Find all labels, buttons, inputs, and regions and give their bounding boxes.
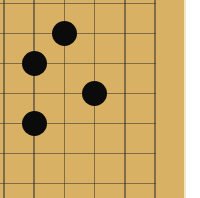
grid-line-vertical [33,0,35,198]
grid-line-horizontal [0,153,156,155]
black-stone [22,111,47,136]
grid-line-vertical [124,0,126,198]
black-stone [22,51,47,76]
grid-line-vertical [154,0,156,198]
grid-line-horizontal [0,183,156,185]
grid-line-horizontal [0,3,156,5]
black-stone [52,21,77,46]
go-board[interactable] [0,0,186,198]
go-board-viewport [0,0,200,198]
grid-line-horizontal [0,33,156,35]
page-margin [186,0,200,198]
grid-line-vertical [3,0,5,198]
black-stone [82,81,107,106]
grid-line-horizontal [0,93,156,95]
